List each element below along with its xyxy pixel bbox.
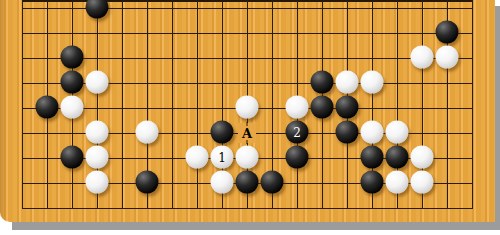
black-stone [261, 171, 284, 194]
white-stone: 1 [211, 146, 234, 169]
grid-horizontal-line [22, 58, 473, 59]
white-stone [86, 121, 109, 144]
dashed-line-mark [247, 122, 248, 126]
black-stone [211, 121, 234, 144]
point-label-marker[interactable]: A [238, 123, 256, 143]
white-stone [361, 71, 384, 94]
black-stone [336, 96, 359, 119]
black-stone [386, 146, 409, 169]
black-stone [36, 96, 59, 119]
black-stone [136, 171, 159, 194]
stone-move-number-label: 1 [218, 151, 226, 163]
grid-horizontal-line [22, 33, 473, 34]
screenshot-root: 21 A [0, 0, 500, 235]
grid-vertical-line [472, 0, 473, 209]
grid-vertical-line [122, 0, 123, 209]
white-stone [86, 71, 109, 94]
black-stone [336, 121, 359, 144]
white-stone [186, 146, 209, 169]
grid-vertical-line [197, 0, 198, 209]
grid-horizontal-line [22, 208, 473, 209]
white-stone [86, 171, 109, 194]
white-stone [286, 96, 309, 119]
white-stone [86, 146, 109, 169]
black-stone [361, 171, 384, 194]
white-stone [436, 46, 459, 69]
stone-move-number-label: 2 [293, 126, 301, 138]
black-stone [311, 71, 334, 94]
black-stone [236, 171, 259, 194]
black-stone [361, 146, 384, 169]
white-stone [386, 121, 409, 144]
black-stone [86, 0, 109, 19]
go-board[interactable]: 21 A [0, 0, 495, 222]
white-stone [136, 121, 159, 144]
black-stone [61, 71, 84, 94]
white-stone [236, 146, 259, 169]
white-stone [411, 171, 434, 194]
white-stone [61, 96, 84, 119]
black-stone [61, 146, 84, 169]
grid-vertical-line [22, 0, 23, 209]
black-stone [286, 146, 309, 169]
point-label-letter: A [242, 127, 252, 140]
white-stone [211, 171, 234, 194]
black-stone [311, 96, 334, 119]
white-stone [236, 96, 259, 119]
black-stone [436, 21, 459, 44]
white-stone [361, 121, 384, 144]
black-stone [61, 46, 84, 69]
white-stone [336, 71, 359, 94]
dashed-line-mark [247, 140, 248, 144]
white-stone [411, 46, 434, 69]
black-stone: 2 [286, 121, 309, 144]
white-stone [411, 146, 434, 169]
grid-vertical-line [172, 0, 173, 209]
white-stone [386, 171, 409, 194]
